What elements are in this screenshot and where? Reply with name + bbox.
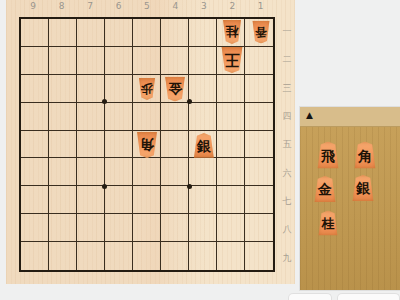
file-label-1: 1 [251, 1, 271, 11]
hand-piece-gold[interactable]: 金 [314, 176, 336, 202]
board-square-1三[interactable] [245, 75, 273, 103]
rank-label-5: 五 [279, 138, 295, 151]
board-square-1八[interactable] [245, 214, 273, 242]
board-square-2三[interactable] [217, 75, 245, 103]
board-square-6五[interactable] [105, 131, 133, 159]
board-square-9三[interactable] [21, 75, 49, 103]
board-square-9六[interactable] [21, 158, 49, 186]
file-label-5: 5 [137, 1, 157, 11]
board-square-5二[interactable] [133, 47, 161, 75]
board-square-3八[interactable] [189, 214, 217, 242]
board-square-3一[interactable] [189, 19, 217, 47]
board-square-1七[interactable] [245, 186, 273, 214]
file-label-6: 6 [109, 1, 129, 11]
board-square-6六[interactable] [105, 158, 133, 186]
komadai-header: ▲ [300, 107, 400, 127]
board-square-4七[interactable] [161, 186, 189, 214]
board-square-3四[interactable] [189, 103, 217, 131]
board-square-2五[interactable] [217, 131, 245, 159]
rank-label-6: 六 [279, 167, 295, 180]
board-square-8二[interactable] [49, 47, 77, 75]
rank-label-1: 一 [279, 25, 295, 38]
board-square-8三[interactable] [49, 75, 77, 103]
rank-label-4: 四 [279, 110, 295, 123]
board-square-4八[interactable] [161, 214, 189, 242]
board-square-5四[interactable] [133, 103, 161, 131]
rank-label-9: 九 [279, 252, 295, 265]
board-square-1五[interactable] [245, 131, 273, 159]
sente-turn-marker-icon: ▲ [306, 111, 313, 120]
rank-label-7: 七 [279, 195, 295, 208]
board-square-1九[interactable] [245, 242, 273, 270]
shogi-app: 987654321 一二三四五六七八九 桂香王歩金角銀 ▲ 飛角金銀桂 [0, 0, 400, 300]
board-square-5一[interactable] [133, 19, 161, 47]
board-square-4四[interactable] [161, 103, 189, 131]
board-square-6三[interactable] [105, 75, 133, 103]
board-square-4二[interactable] [161, 47, 189, 75]
board-square-6八[interactable] [105, 214, 133, 242]
board-square-1四[interactable] [245, 103, 273, 131]
board-square-3七[interactable] [189, 186, 217, 214]
board-square-6四[interactable] [105, 103, 133, 131]
board-square-7一[interactable] [77, 19, 105, 47]
board-square-8一[interactable] [49, 19, 77, 47]
board-square-5八[interactable] [133, 214, 161, 242]
board-square-5九[interactable] [133, 242, 161, 270]
file-label-8: 8 [52, 1, 72, 11]
hand-piece-rook[interactable]: 飛 [317, 142, 339, 169]
board-square-8七[interactable] [49, 186, 77, 214]
board-square-2七[interactable] [217, 186, 245, 214]
board-square-3二[interactable] [189, 47, 217, 75]
board-square-3三[interactable] [189, 75, 217, 103]
board-square-9九[interactable] [21, 242, 49, 270]
rank-label-8: 八 [279, 223, 295, 236]
rank-label-3: 三 [279, 82, 295, 95]
board-square-3六[interactable] [189, 158, 217, 186]
board-square-9七[interactable] [21, 186, 49, 214]
file-label-2: 2 [222, 1, 242, 11]
hand-piece-knight[interactable]: 桂 [318, 211, 338, 236]
board-square-8四[interactable] [49, 103, 77, 131]
file-label-9: 9 [23, 1, 43, 11]
board-square-9四[interactable] [21, 103, 49, 131]
board-square-1二[interactable] [245, 47, 273, 75]
file-label-7: 7 [80, 1, 100, 11]
board-square-1六[interactable] [245, 158, 273, 186]
rank-label-2: 二 [279, 53, 295, 66]
board-square-6二[interactable] [105, 47, 133, 75]
board-square-7六[interactable] [77, 158, 105, 186]
board-square-3九[interactable] [189, 242, 217, 270]
board-square-7七[interactable] [77, 186, 105, 214]
board-square-5六[interactable] [133, 158, 161, 186]
board-square-7三[interactable] [77, 75, 105, 103]
board-square-4一[interactable] [161, 19, 189, 47]
komadai-hand-panel: ▲ 飛角金銀桂 [300, 107, 400, 290]
board-square-5七[interactable] [133, 186, 161, 214]
board-square-6九[interactable] [105, 242, 133, 270]
board-square-8六[interactable] [49, 158, 77, 186]
board-square-7二[interactable] [77, 47, 105, 75]
collapsed-panel-tab-right[interactable] [337, 293, 400, 300]
hand-piece-silver[interactable]: 銀 [352, 175, 374, 201]
file-label-4: 4 [165, 1, 185, 11]
board-square-7五[interactable] [77, 131, 105, 159]
board-square-6七[interactable] [105, 186, 133, 214]
hand-piece-bishop[interactable]: 角 [354, 142, 376, 169]
board-square-4九[interactable] [161, 242, 189, 270]
board-square-4六[interactable] [161, 158, 189, 186]
board-square-8五[interactable] [49, 131, 77, 159]
board-square-2九[interactable] [217, 242, 245, 270]
board-square-9八[interactable] [21, 214, 49, 242]
board-square-2八[interactable] [217, 214, 245, 242]
board-square-7四[interactable] [77, 103, 105, 131]
board-square-9二[interactable] [21, 47, 49, 75]
collapsed-panel-tab-left[interactable] [288, 293, 332, 300]
board-square-4五[interactable] [161, 131, 189, 159]
board-square-8九[interactable] [49, 242, 77, 270]
board-square-2六[interactable] [217, 158, 245, 186]
board-square-8八[interactable] [49, 214, 77, 242]
board-square-6一[interactable] [105, 19, 133, 47]
file-label-3: 3 [194, 1, 214, 11]
board-square-7八[interactable] [77, 214, 105, 242]
board-square-2四[interactable] [217, 103, 245, 131]
board-square-9一[interactable] [21, 19, 49, 47]
board-square-7九[interactable] [77, 242, 105, 270]
board-square-9五[interactable] [21, 131, 49, 159]
